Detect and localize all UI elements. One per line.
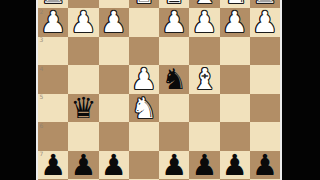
rank-label-3: 3: [40, 37, 44, 43]
square-d8[interactable]: [159, 179, 189, 180]
square-b2[interactable]: ♟: [220, 8, 250, 37]
square-f6[interactable]: [99, 122, 129, 151]
piece-black-king-e8[interactable]: ♚: [131, 179, 157, 180]
square-d3[interactable]: [159, 37, 189, 66]
piece-black-pawn-g7[interactable]: ♟: [70, 151, 96, 180]
square-e7[interactable]: [129, 151, 159, 180]
square-a5[interactable]: [250, 94, 280, 123]
square-f2[interactable]: ♟: [99, 8, 129, 37]
square-a6[interactable]: [250, 122, 280, 151]
square-g5[interactable]: ♛: [68, 94, 98, 123]
piece-black-pawn-b7[interactable]: ♟: [222, 151, 248, 180]
square-e6[interactable]: [129, 122, 159, 151]
square-c5[interactable]: [189, 94, 219, 123]
piece-white-pawn-b2[interactable]: ♟: [222, 8, 248, 37]
piece-white-bishop-c4[interactable]: ♝: [191, 65, 217, 94]
square-a4[interactable]: [250, 65, 280, 94]
piece-black-knight-d4[interactable]: ♞: [161, 65, 187, 94]
square-e4[interactable]: ♟: [129, 65, 159, 94]
square-b4[interactable]: [220, 65, 250, 94]
square-d2[interactable]: ♟: [159, 8, 189, 37]
square-f5[interactable]: [99, 94, 129, 123]
square-a3[interactable]: [250, 37, 280, 66]
piece-black-knight-g8[interactable]: ♞: [70, 179, 96, 180]
rank-label-6: 6: [40, 123, 44, 129]
piece-white-pawn-d2[interactable]: ♟: [161, 8, 187, 37]
square-d6[interactable]: [159, 122, 189, 151]
rank-label-4: 4: [40, 66, 44, 72]
piece-black-pawn-a7[interactable]: ♟: [252, 151, 278, 180]
square-g3[interactable]: [68, 37, 98, 66]
square-h7[interactable]: 7♟: [38, 151, 68, 180]
square-g2[interactable]: ♟: [68, 8, 98, 37]
chess-board: ♜♚♛♝♞♜2♟♟♟♟♟♟♟34♟♞♝5♛♞67♟♟♟♟♟♟♟♜♞♝♚♝♜: [36, 0, 282, 180]
square-a7[interactable]: ♟: [250, 151, 280, 180]
square-b5[interactable]: [220, 94, 250, 123]
square-c7[interactable]: ♟: [189, 151, 219, 180]
piece-white-knight-e5[interactable]: ♞: [131, 94, 157, 123]
square-d5[interactable]: [159, 94, 189, 123]
rank-label-7: 7: [40, 151, 44, 157]
square-f7[interactable]: ♟: [99, 151, 129, 180]
square-c4[interactable]: ♝: [189, 65, 219, 94]
square-c3[interactable]: [189, 37, 219, 66]
square-h4[interactable]: 4: [38, 65, 68, 94]
piece-black-pawn-d7[interactable]: ♟: [161, 151, 187, 180]
piece-black-rook-a8[interactable]: ♜: [252, 179, 278, 180]
square-e1[interactable]: ♚: [129, 0, 159, 8]
square-g6[interactable]: [68, 122, 98, 151]
square-e2[interactable]: [129, 8, 159, 37]
piece-black-pawn-f7[interactable]: ♟: [101, 151, 127, 180]
square-d7[interactable]: ♟: [159, 151, 189, 180]
square-h8[interactable]: ♜: [38, 179, 68, 180]
piece-black-bishop-c8[interactable]: ♝: [191, 179, 217, 180]
piece-white-king-e1[interactable]: ♚: [131, 0, 157, 8]
square-h3[interactable]: 3: [38, 37, 68, 66]
square-e8[interactable]: ♚: [129, 179, 159, 180]
square-e3[interactable]: [129, 37, 159, 66]
square-c6[interactable]: [189, 122, 219, 151]
square-g4[interactable]: [68, 65, 98, 94]
piece-white-pawn-c2[interactable]: ♟: [191, 8, 217, 37]
square-a2[interactable]: ♟: [250, 8, 280, 37]
square-b6[interactable]: [220, 122, 250, 151]
rank-label-2: 2: [40, 9, 44, 15]
piece-black-rook-h8[interactable]: ♜: [40, 179, 66, 180]
piece-white-pawn-a2[interactable]: ♟: [252, 8, 278, 37]
piece-white-pawn-g2[interactable]: ♟: [70, 8, 96, 37]
square-d4[interactable]: ♞: [159, 65, 189, 94]
square-b3[interactable]: [220, 37, 250, 66]
rank-label-5: 5: [40, 94, 44, 100]
square-h5[interactable]: 5: [38, 94, 68, 123]
piece-black-queen-g5[interactable]: ♛: [70, 94, 96, 123]
chess-video-frame: ♜♚♛♝♞♜2♟♟♟♟♟♟♟34♟♞♝5♛♞67♟♟♟♟♟♟♟♜♞♝♚♝♜: [0, 0, 320, 180]
piece-white-pawn-f2[interactable]: ♟: [101, 8, 127, 37]
piece-black-bishop-f8[interactable]: ♝: [101, 179, 127, 180]
square-c8[interactable]: ♝: [189, 179, 219, 180]
square-b7[interactable]: ♟: [220, 151, 250, 180]
square-a8[interactable]: ♜: [250, 179, 280, 180]
square-f8[interactable]: ♝: [99, 179, 129, 180]
square-h2[interactable]: 2♟: [38, 8, 68, 37]
square-e5[interactable]: ♞: [129, 94, 159, 123]
piece-white-pawn-h2[interactable]: ♟: [40, 8, 66, 37]
square-h6[interactable]: 6: [38, 122, 68, 151]
square-g8[interactable]: ♞: [68, 179, 98, 180]
square-c2[interactable]: ♟: [189, 8, 219, 37]
piece-black-pawn-h7[interactable]: ♟: [40, 151, 66, 180]
square-g7[interactable]: ♟: [68, 151, 98, 180]
piece-black-pawn-c7[interactable]: ♟: [191, 151, 217, 180]
square-b8[interactable]: [220, 179, 250, 180]
square-f4[interactable]: [99, 65, 129, 94]
square-f3[interactable]: [99, 37, 129, 66]
piece-white-pawn-e4[interactable]: ♟: [131, 65, 157, 94]
